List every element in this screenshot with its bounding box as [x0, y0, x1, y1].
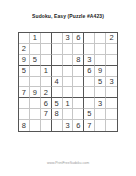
sudoku-cell[interactable] — [84, 77, 95, 88]
sudoku-cell[interactable] — [95, 44, 106, 55]
sudoku-cell[interactable] — [63, 87, 74, 98]
footer-url: www.PrintFreeSudoku.com — [0, 161, 136, 165]
sudoku-cell[interactable] — [73, 77, 84, 88]
sudoku-page: Sudoku, Easy (Puzzle #A423) 136229583516… — [0, 0, 136, 176]
sudoku-cell[interactable] — [41, 55, 52, 66]
sudoku-cell[interactable]: 8 — [19, 120, 30, 131]
sudoku-cell[interactable]: 2 — [19, 44, 30, 55]
sudoku-cell[interactable] — [106, 109, 117, 120]
sudoku-cell[interactable] — [95, 109, 106, 120]
sudoku-cell[interactable] — [52, 33, 63, 44]
sudoku-cell[interactable] — [73, 98, 84, 109]
sudoku-cell[interactable] — [19, 109, 30, 120]
sudoku-board: 136229583516945379265137858367 — [18, 32, 118, 132]
sudoku-cell[interactable]: 7 — [19, 87, 30, 98]
sudoku-cell[interactable]: 1 — [41, 66, 52, 77]
sudoku-cell[interactable]: 2 — [106, 33, 117, 44]
sudoku-cell[interactable]: 3 — [84, 55, 95, 66]
sudoku-cell[interactable] — [106, 120, 117, 131]
sudoku-cell[interactable]: 3 — [63, 33, 74, 44]
sudoku-cell[interactable]: 4 — [52, 77, 63, 88]
sudoku-cell[interactable]: 6 — [73, 33, 84, 44]
sudoku-cell[interactable]: 6 — [41, 98, 52, 109]
sudoku-cell[interactable]: 7 — [84, 120, 95, 131]
sudoku-cell[interactable] — [84, 98, 95, 109]
sudoku-cell[interactable]: 1 — [30, 33, 41, 44]
sudoku-cell[interactable] — [63, 109, 74, 120]
sudoku-cell[interactable] — [63, 66, 74, 77]
sudoku-cell[interactable] — [30, 109, 41, 120]
sudoku-cell[interactable]: 2 — [41, 87, 52, 98]
sudoku-cell[interactable] — [106, 87, 117, 98]
sudoku-cell[interactable]: 7 — [41, 109, 52, 120]
sudoku-cell[interactable] — [84, 44, 95, 55]
sudoku-cell[interactable] — [30, 44, 41, 55]
sudoku-cell[interactable]: 3 — [63, 120, 74, 131]
sudoku-cell[interactable]: 6 — [84, 66, 95, 77]
sudoku-cell[interactable]: 8 — [52, 109, 63, 120]
sudoku-cell[interactable] — [19, 33, 30, 44]
sudoku-cell[interactable] — [52, 44, 63, 55]
sudoku-cell[interactable] — [52, 120, 63, 131]
sudoku-cell[interactable] — [73, 66, 84, 77]
sudoku-cell[interactable] — [95, 55, 106, 66]
puzzle-title: Sudoku, Easy (Puzzle #A423) — [0, 13, 136, 19]
sudoku-cell[interactable] — [52, 66, 63, 77]
sudoku-cell[interactable] — [41, 33, 52, 44]
sudoku-cell[interactable]: 3 — [95, 98, 106, 109]
sudoku-cell[interactable] — [30, 120, 41, 131]
sudoku-cell[interactable] — [63, 55, 74, 66]
sudoku-cell[interactable] — [30, 77, 41, 88]
sudoku-cell[interactable]: 9 — [30, 87, 41, 98]
sudoku-cell[interactable]: 5 — [95, 77, 106, 88]
sudoku-cell[interactable] — [73, 109, 84, 120]
sudoku-cell[interactable]: 9 — [19, 55, 30, 66]
sudoku-cell[interactable] — [106, 98, 117, 109]
sudoku-cell[interactable]: 5 — [84, 109, 95, 120]
sudoku-cell[interactable] — [95, 87, 106, 98]
sudoku-cell[interactable]: 5 — [30, 55, 41, 66]
sudoku-cell[interactable] — [84, 33, 95, 44]
sudoku-cell[interactable]: 1 — [63, 98, 74, 109]
sudoku-cell[interactable] — [106, 66, 117, 77]
sudoku-cell[interactable] — [73, 44, 84, 55]
sudoku-cell[interactable] — [63, 44, 74, 55]
sudoku-cell[interactable] — [52, 87, 63, 98]
sudoku-cell[interactable]: 9 — [95, 66, 106, 77]
sudoku-cell[interactable] — [19, 77, 30, 88]
sudoku-cell[interactable] — [19, 98, 30, 109]
sudoku-cell[interactable] — [52, 55, 63, 66]
sudoku-cell[interactable] — [73, 87, 84, 98]
sudoku-cell[interactable] — [63, 77, 74, 88]
sudoku-cell[interactable]: 3 — [106, 77, 117, 88]
sudoku-cell[interactable]: 5 — [19, 66, 30, 77]
sudoku-cell[interactable]: 6 — [73, 120, 84, 131]
sudoku-cell[interactable] — [41, 77, 52, 88]
sudoku-cell[interactable] — [95, 120, 106, 131]
sudoku-cell[interactable] — [41, 120, 52, 131]
sudoku-cell[interactable] — [30, 66, 41, 77]
sudoku-cell[interactable] — [106, 44, 117, 55]
sudoku-cell[interactable] — [30, 98, 41, 109]
sudoku-cell[interactable]: 8 — [73, 55, 84, 66]
sudoku-cell[interactable]: 5 — [52, 98, 63, 109]
sudoku-cell[interactable] — [84, 87, 95, 98]
sudoku-cell[interactable] — [95, 33, 106, 44]
sudoku-cell[interactable] — [106, 55, 117, 66]
sudoku-cell[interactable] — [41, 44, 52, 55]
